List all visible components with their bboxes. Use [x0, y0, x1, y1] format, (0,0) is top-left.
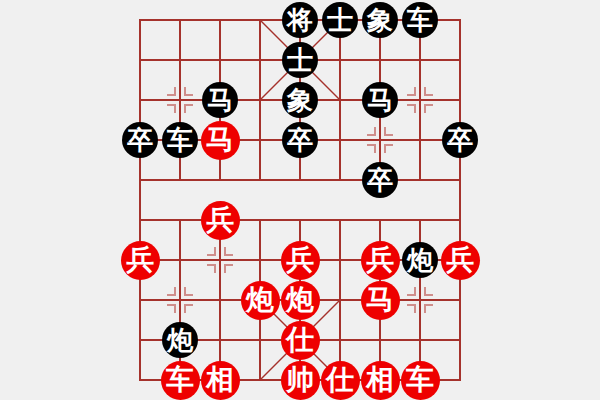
piece-red-ju[interactable]: 车 [401, 361, 440, 400]
piece-black-shi[interactable]: 士 [322, 2, 358, 38]
piece-red-xiang[interactable]: 相 [361, 361, 400, 400]
piece-red-ma[interactable]: 马 [201, 121, 240, 160]
piece-black-xiang[interactable]: 象 [362, 2, 398, 38]
piece-red-shuai[interactable]: 帅 [281, 361, 320, 400]
piece-black-ju[interactable]: 车 [402, 2, 438, 38]
piece-red-ju[interactable]: 车 [161, 361, 200, 400]
piece-red-bing[interactable]: 兵 [201, 201, 240, 240]
piece-red-xiang[interactable]: 相 [201, 361, 240, 400]
piece-black-ju[interactable]: 车 [162, 122, 198, 158]
piece-black-ma[interactable]: 马 [202, 82, 238, 118]
piece-black-zu[interactable]: 卒 [122, 122, 158, 158]
piece-black-xiang[interactable]: 象 [282, 82, 318, 118]
piece-red-shi[interactable]: 仕 [321, 361, 360, 400]
pieces-layer: 将士象车士马象马卒车马卒卒卒兵兵兵兵炮兵炮炮马炮仕车相帅仕相车 [0, 0, 600, 400]
piece-red-bing[interactable]: 兵 [361, 241, 400, 280]
piece-red-bing[interactable]: 兵 [441, 241, 480, 280]
piece-black-shi[interactable]: 士 [282, 42, 318, 78]
piece-black-zu[interactable]: 卒 [442, 122, 478, 158]
piece-black-ma[interactable]: 马 [362, 82, 398, 118]
piece-red-pao[interactable]: 炮 [281, 281, 320, 320]
piece-red-ma[interactable]: 马 [361, 281, 400, 320]
piece-black-pao[interactable]: 炮 [162, 322, 198, 358]
piece-black-pao[interactable]: 炮 [402, 242, 438, 278]
piece-red-shi[interactable]: 仕 [281, 321, 320, 360]
piece-black-zu[interactable]: 卒 [282, 122, 318, 158]
piece-red-bing[interactable]: 兵 [281, 241, 320, 280]
piece-black-zu[interactable]: 卒 [362, 162, 398, 198]
piece-black-jiang[interactable]: 将 [282, 2, 318, 38]
xiangqi-board: 将士象车士马象马卒车马卒卒卒兵兵兵兵炮兵炮炮马炮仕车相帅仕相车 [0, 0, 600, 400]
piece-red-bing[interactable]: 兵 [121, 241, 160, 280]
piece-red-pao[interactable]: 炮 [241, 281, 280, 320]
